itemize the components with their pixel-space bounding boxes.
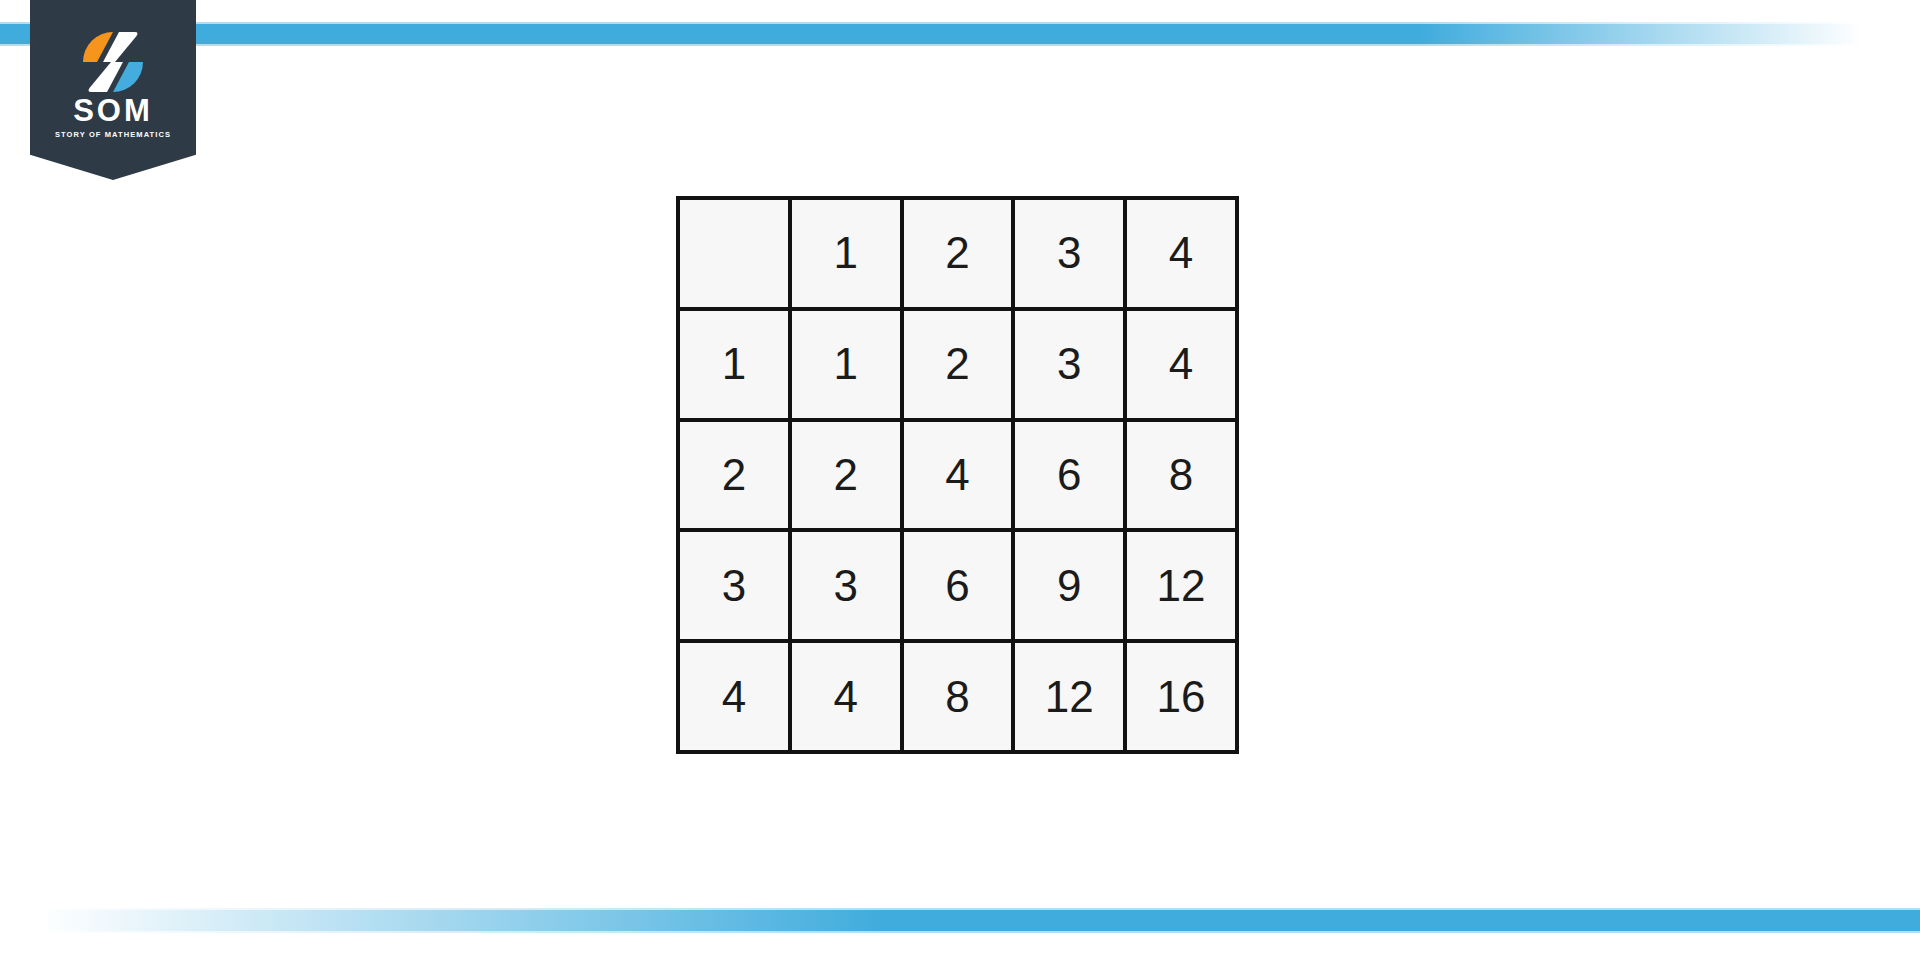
header-cell-r0c2: 2 [904,200,1012,307]
top-stripe [0,24,1920,44]
bottom-stripe [0,910,1920,931]
header-cell-r4c0: 4 [680,643,788,750]
product-cell-r4c4: 16 [1127,643,1235,750]
product-cell-r4c3: 12 [1015,643,1123,750]
product-cell-r2c2: 4 [904,422,1012,529]
logo-text: SOM [30,96,196,126]
product-cell-r3c3: 9 [1015,532,1123,639]
product-cell-r1c2: 2 [904,311,1012,418]
header-cell-r0c1: 1 [792,200,900,307]
product-cell-r2c3: 6 [1015,422,1123,529]
header-cell-r3c0: 3 [680,532,788,639]
product-cell-r1c4: 4 [1127,311,1235,418]
multiplication-grid: 123411234224683369124481216 [676,196,1239,754]
product-cell-r3c4: 12 [1127,532,1235,639]
product-cell-r1c3: 3 [1015,311,1123,418]
header-cell-r0c3: 3 [1015,200,1123,307]
corner-cell-r0c0 [680,200,788,307]
product-cell-r2c1: 2 [792,422,900,529]
header-cell-r0c4: 4 [1127,200,1235,307]
logo-tagline: STORY OF MATHEMATICS [30,130,196,139]
product-cell-r3c1: 3 [792,532,900,639]
page: SOM STORY OF MATHEMATICS 123411234224683… [0,0,1920,960]
som-pinwheel-icon [83,32,143,92]
product-cell-r1c1: 1 [792,311,900,418]
product-cell-r4c2: 8 [904,643,1012,750]
som-logo-banner: SOM STORY OF MATHEMATICS [30,0,196,180]
product-cell-r2c4: 8 [1127,422,1235,529]
product-cell-r4c1: 4 [792,643,900,750]
header-cell-r2c0: 2 [680,422,788,529]
product-cell-r3c2: 6 [904,532,1012,639]
header-cell-r1c0: 1 [680,311,788,418]
